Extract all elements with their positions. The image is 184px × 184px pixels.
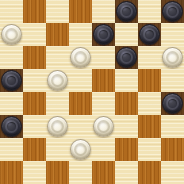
square-c5[interactable]	[46, 69, 69, 92]
square-a2[interactable]	[0, 138, 23, 161]
square-f1[interactable]	[115, 161, 138, 184]
square-g3[interactable]	[138, 115, 161, 138]
square-g4[interactable]	[138, 92, 161, 115]
square-g2[interactable]	[138, 138, 161, 161]
square-c4[interactable]	[46, 92, 69, 115]
square-f6[interactable]	[115, 46, 138, 69]
square-f3[interactable]	[115, 115, 138, 138]
black-man-g7[interactable]	[139, 24, 160, 45]
square-b3[interactable]	[23, 115, 46, 138]
black-man-e7[interactable]	[93, 24, 114, 45]
square-c7[interactable]	[46, 23, 69, 46]
square-a3[interactable]	[0, 115, 23, 138]
white-man-c5[interactable]	[47, 70, 68, 91]
square-a4[interactable]	[0, 92, 23, 115]
square-h6[interactable]	[161, 46, 184, 69]
black-man-a3[interactable]	[1, 116, 22, 137]
square-h4[interactable]	[161, 92, 184, 115]
white-man-c3[interactable]	[47, 116, 68, 137]
square-a7[interactable]	[0, 23, 23, 46]
black-man-f6[interactable]	[116, 47, 137, 68]
square-f8[interactable]	[115, 0, 138, 23]
square-a6[interactable]	[0, 46, 23, 69]
square-f4[interactable]	[115, 92, 138, 115]
square-b6[interactable]	[23, 46, 46, 69]
square-d3[interactable]	[69, 115, 92, 138]
square-e8[interactable]	[92, 0, 115, 23]
square-e3[interactable]	[92, 115, 115, 138]
black-man-a5[interactable]	[1, 70, 22, 91]
square-c8[interactable]	[46, 0, 69, 23]
square-d6[interactable]	[69, 46, 92, 69]
square-h7[interactable]	[161, 23, 184, 46]
square-g6[interactable]	[138, 46, 161, 69]
square-b1[interactable]	[23, 161, 46, 184]
square-g1[interactable]	[138, 161, 161, 184]
square-h8[interactable]	[161, 0, 184, 23]
square-c6[interactable]	[46, 46, 69, 69]
square-g8[interactable]	[138, 0, 161, 23]
square-d2[interactable]	[69, 138, 92, 161]
white-man-d2[interactable]	[70, 139, 91, 160]
square-e5[interactable]	[92, 69, 115, 92]
square-d1[interactable]	[69, 161, 92, 184]
square-d7[interactable]	[69, 23, 92, 46]
square-a5[interactable]	[0, 69, 23, 92]
square-b8[interactable]	[23, 0, 46, 23]
square-f5[interactable]	[115, 69, 138, 92]
white-man-h6[interactable]	[162, 47, 183, 68]
square-h5[interactable]	[161, 69, 184, 92]
square-e1[interactable]	[92, 161, 115, 184]
square-e2[interactable]	[92, 138, 115, 161]
square-b4[interactable]	[23, 92, 46, 115]
square-h2[interactable]	[161, 138, 184, 161]
white-man-e3[interactable]	[93, 116, 114, 137]
black-man-h8[interactable]	[162, 1, 183, 22]
square-e6[interactable]	[92, 46, 115, 69]
square-b2[interactable]	[23, 138, 46, 161]
square-h1[interactable]	[161, 161, 184, 184]
square-d5[interactable]	[69, 69, 92, 92]
square-b5[interactable]	[23, 69, 46, 92]
square-b7[interactable]	[23, 23, 46, 46]
square-a1[interactable]	[0, 161, 23, 184]
square-f7[interactable]	[115, 23, 138, 46]
square-c1[interactable]	[46, 161, 69, 184]
square-c2[interactable]	[46, 138, 69, 161]
white-man-a7[interactable]	[1, 24, 22, 45]
square-a8[interactable]	[0, 0, 23, 23]
square-g5[interactable]	[138, 69, 161, 92]
black-man-f8[interactable]	[116, 1, 137, 22]
black-man-h4[interactable]	[162, 93, 183, 114]
square-e4[interactable]	[92, 92, 115, 115]
square-h3[interactable]	[161, 115, 184, 138]
square-f2[interactable]	[115, 138, 138, 161]
square-e7[interactable]	[92, 23, 115, 46]
square-d8[interactable]	[69, 0, 92, 23]
checkers-board	[0, 0, 184, 184]
square-c3[interactable]	[46, 115, 69, 138]
square-g7[interactable]	[138, 23, 161, 46]
white-man-d6[interactable]	[70, 47, 91, 68]
square-d4[interactable]	[69, 92, 92, 115]
